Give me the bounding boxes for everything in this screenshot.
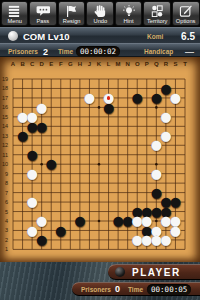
- black-stone-icon: [115, 267, 125, 277]
- svg-text:3: 3: [5, 227, 8, 233]
- player-prisoners-label: Prisoners: [81, 286, 111, 293]
- svg-text:18: 18: [2, 85, 8, 91]
- handicap-label: Handicap: [144, 48, 173, 55]
- opponent-prisoners-label: Prisoners: [8, 48, 38, 55]
- options-button[interactable]: Options: [172, 1, 200, 26]
- svg-text:5: 5: [5, 209, 8, 215]
- svg-text:G: G: [68, 61, 73, 67]
- opponent-prisoners-value: 2: [43, 47, 48, 57]
- svg-text:N: N: [125, 61, 129, 67]
- pass-button[interactable]: Pass: [29, 1, 57, 26]
- svg-text:A: A: [11, 61, 16, 67]
- undo-button[interactable]: Undo: [86, 1, 114, 26]
- svg-text:4: 4: [5, 218, 8, 224]
- toolbar: Menu Pass Resign Undo: [0, 0, 200, 27]
- options-label: Options: [176, 17, 196, 23]
- hint-label: Hint: [124, 17, 134, 23]
- pass-label: Pass: [37, 17, 50, 23]
- svg-text:15: 15: [2, 114, 8, 120]
- svg-text:1: 1: [5, 246, 8, 252]
- svg-text:2: 2: [5, 237, 8, 243]
- svg-text:D: D: [39, 61, 44, 67]
- svg-text:11: 11: [2, 152, 8, 158]
- komi-label: Komi: [147, 33, 163, 40]
- svg-text:K: K: [97, 61, 102, 67]
- resign-button[interactable]: Resign: [58, 1, 86, 26]
- svg-text:16: 16: [2, 104, 8, 110]
- svg-text:14: 14: [2, 123, 8, 129]
- svg-text:L: L: [107, 61, 111, 67]
- svg-text:6: 6: [5, 199, 8, 205]
- resign-icon: [64, 5, 78, 17]
- komi-value: 6.5: [181, 31, 195, 42]
- svg-text:O: O: [135, 61, 140, 67]
- svg-text:17: 17: [2, 95, 8, 101]
- player-stats-bar: Prisoners 0 Time 00:00:05: [72, 282, 200, 296]
- svg-text:C: C: [30, 61, 35, 67]
- svg-text:10: 10: [2, 161, 8, 167]
- svg-text:E: E: [49, 61, 53, 67]
- svg-text:Q: Q: [154, 61, 159, 67]
- opponent-time-label: Time: [58, 48, 73, 55]
- opponent-name: COM Lv10: [23, 31, 69, 42]
- pass-icon: [36, 5, 50, 17]
- undo-icon: [93, 5, 107, 17]
- menu-button[interactable]: Menu: [1, 1, 29, 26]
- opponent-stats-bar: Prisoners 2 Time 00:00:02 Handicap —: [0, 43, 200, 57]
- hint-icon: [122, 5, 136, 17]
- svg-text:9: 9: [5, 171, 8, 177]
- options-icon: [179, 5, 193, 17]
- svg-text:S: S: [173, 61, 177, 67]
- svg-text:7: 7: [5, 190, 8, 196]
- svg-text:F: F: [59, 61, 63, 67]
- svg-text:J: J: [88, 61, 91, 67]
- territory-label: Territory: [147, 17, 168, 23]
- go-app-screen: Menu Pass Resign Undo: [0, 0, 200, 300]
- svg-text:12: 12: [2, 142, 8, 148]
- board-grid: A19B18C17D16E15F14G13H12J11K10L9M8N7O6P5…: [0, 57, 200, 262]
- resign-label: Resign: [63, 17, 81, 23]
- hint-button[interactable]: Hint: [115, 1, 143, 26]
- player-prisoners-value: 0: [115, 284, 120, 294]
- svg-text:M: M: [116, 61, 121, 67]
- territory-icon: [150, 5, 164, 17]
- svg-text:R: R: [164, 61, 169, 67]
- svg-text:P: P: [145, 61, 149, 67]
- opponent-clock: 00:00:02: [76, 46, 120, 57]
- bottom-panel: PLAYER Prisoners 0 Time 00:00:05: [0, 262, 200, 300]
- player-clock: 00:00:05: [147, 284, 191, 295]
- menu-label: Menu: [7, 17, 21, 23]
- player-bar: PLAYER: [108, 264, 200, 280]
- go-board[interactable]: A19B18C17D16E15F14G13H12J11K10L9M8N7O6P5…: [0, 57, 200, 262]
- territory-button[interactable]: Territory: [143, 1, 171, 26]
- svg-text:B: B: [20, 61, 25, 67]
- handicap-value: —: [185, 47, 194, 57]
- svg-text:T: T: [183, 61, 187, 67]
- menu-icon: [7, 5, 21, 17]
- svg-text:13: 13: [2, 133, 8, 139]
- svg-text:8: 8: [5, 180, 8, 186]
- svg-text:19: 19: [2, 76, 8, 82]
- undo-label: Undo: [93, 17, 107, 23]
- opponent-bar: COM Lv10 Komi 6.5: [0, 27, 200, 43]
- white-stone-icon: [8, 31, 18, 41]
- player-name: PLAYER: [132, 267, 181, 278]
- svg-text:H: H: [78, 61, 82, 67]
- player-time-label: Time: [128, 286, 143, 293]
